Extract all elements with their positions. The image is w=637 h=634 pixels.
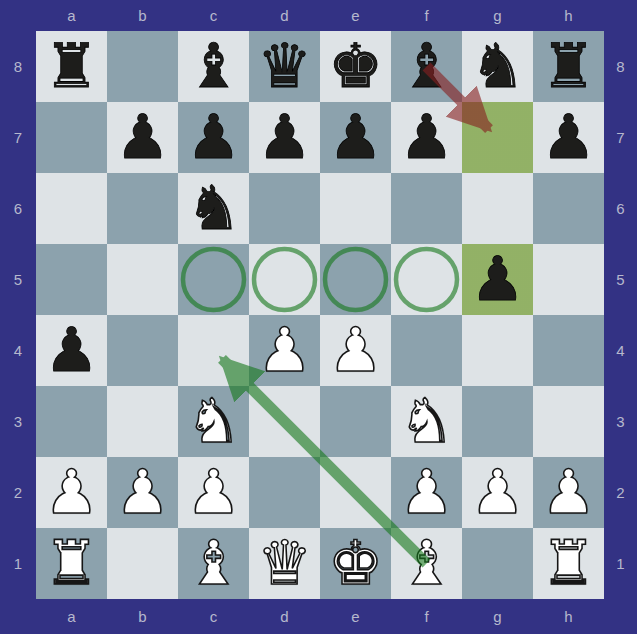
square-h7[interactable]: ♟ <box>533 102 604 173</box>
rank-label-7: 7 <box>0 102 36 173</box>
chess-board-frame: abcdefgh abcdefgh 87654321 87654321 ♜♝♛♚… <box>0 0 637 634</box>
black-queen-d8[interactable]: ♛ <box>249 30 320 101</box>
rank-label-3: 3 <box>0 386 36 457</box>
file-labels-bottom: abcdefgh <box>36 599 604 634</box>
square-f4[interactable] <box>391 315 462 386</box>
square-e7[interactable]: ♟ <box>320 102 391 173</box>
file-label-d: d <box>249 0 320 31</box>
file-label-g: g <box>462 0 533 31</box>
square-b4[interactable] <box>107 315 178 386</box>
square-g1[interactable] <box>462 528 533 599</box>
black-pawn-g5[interactable]: ♟ <box>462 243 533 314</box>
rank-label-6: 6 <box>604 173 637 244</box>
file-label-e: e <box>320 0 391 31</box>
square-d3[interactable] <box>249 386 320 457</box>
rank-label-2: 2 <box>0 457 36 528</box>
rank-label-4: 4 <box>0 315 36 386</box>
rank-label-8: 8 <box>0 31 36 102</box>
file-label-b: b <box>107 599 178 634</box>
square-c5[interactable] <box>178 244 249 315</box>
square-g2[interactable]: ♟ <box>462 457 533 528</box>
square-h6[interactable] <box>533 173 604 244</box>
file-label-h: h <box>533 0 604 31</box>
black-bishop-c8[interactable]: ♝ <box>178 30 249 101</box>
square-d7[interactable]: ♟ <box>249 102 320 173</box>
square-h3[interactable] <box>533 386 604 457</box>
square-e5[interactable] <box>320 244 391 315</box>
black-pawn-f7[interactable]: ♟ <box>391 101 462 172</box>
white-rook-a1[interactable]: ♜ <box>36 527 107 598</box>
square-d5[interactable] <box>249 244 320 315</box>
square-e2[interactable] <box>320 457 391 528</box>
square-d8[interactable]: ♛ <box>249 31 320 102</box>
square-c2[interactable]: ♟ <box>178 457 249 528</box>
square-f1[interactable]: ♝ <box>391 528 462 599</box>
black-king-e8[interactable]: ♚ <box>320 30 391 101</box>
black-knight-g8[interactable]: ♞ <box>462 30 533 101</box>
square-a8[interactable]: ♜ <box>36 31 107 102</box>
square-a1[interactable]: ♜ <box>36 528 107 599</box>
square-a5[interactable] <box>36 244 107 315</box>
file-label-a: a <box>36 0 107 31</box>
white-king-e1[interactable]: ♚ <box>320 527 391 598</box>
black-knight-c6[interactable]: ♞ <box>178 172 249 243</box>
square-g3[interactable] <box>462 386 533 457</box>
square-h5[interactable] <box>533 244 604 315</box>
square-a4[interactable]: ♟ <box>36 315 107 386</box>
square-a2[interactable]: ♟ <box>36 457 107 528</box>
square-a3[interactable] <box>36 386 107 457</box>
rank-label-3: 3 <box>604 386 637 457</box>
square-b6[interactable] <box>107 173 178 244</box>
file-label-a: a <box>36 599 107 634</box>
square-g4[interactable] <box>462 315 533 386</box>
square-h2[interactable]: ♟ <box>533 457 604 528</box>
square-d6[interactable] <box>249 173 320 244</box>
white-rook-h1[interactable]: ♜ <box>533 527 604 598</box>
black-pawn-h7[interactable]: ♟ <box>533 101 604 172</box>
file-label-f: f <box>391 599 462 634</box>
white-pawn-d4[interactable]: ♟ <box>249 314 320 385</box>
black-rook-h8[interactable]: ♜ <box>533 30 604 101</box>
square-g5[interactable]: ♟ <box>462 244 533 315</box>
white-knight-f3[interactable]: ♞ <box>391 385 462 456</box>
file-label-d: d <box>249 599 320 634</box>
white-knight-c3[interactable]: ♞ <box>178 385 249 456</box>
square-f5[interactable] <box>391 244 462 315</box>
square-b7[interactable]: ♟ <box>107 102 178 173</box>
square-e8[interactable]: ♚ <box>320 31 391 102</box>
file-label-e: e <box>320 599 391 634</box>
rank-label-2: 2 <box>604 457 637 528</box>
white-pawn-c2[interactable]: ♟ <box>178 456 249 527</box>
file-label-c: c <box>178 599 249 634</box>
square-f8[interactable]: ♝ <box>391 31 462 102</box>
white-queen-d1[interactable]: ♛ <box>249 527 320 598</box>
black-pawn-d7[interactable]: ♟ <box>249 101 320 172</box>
square-g8[interactable]: ♞ <box>462 31 533 102</box>
black-rook-a8[interactable]: ♜ <box>36 30 107 101</box>
square-c1[interactable]: ♝ <box>178 528 249 599</box>
file-label-f: f <box>391 0 462 31</box>
square-a6[interactable] <box>36 173 107 244</box>
square-b1[interactable] <box>107 528 178 599</box>
chess-board: ♜♝♛♚♝♞♜♟♟♟♟♟♟♞♟♟♟♟♞♞♟♟♟♟♟♟♜♝♛♚♝♜ <box>36 31 604 599</box>
square-h8[interactable]: ♜ <box>533 31 604 102</box>
white-pawn-f2[interactable]: ♟ <box>391 456 462 527</box>
square-e4[interactable]: ♟ <box>320 315 391 386</box>
square-b3[interactable] <box>107 386 178 457</box>
square-f6[interactable] <box>391 173 462 244</box>
black-pawn-e7[interactable]: ♟ <box>320 101 391 172</box>
white-pawn-h2[interactable]: ♟ <box>533 456 604 527</box>
square-f3[interactable]: ♞ <box>391 386 462 457</box>
square-e6[interactable] <box>320 173 391 244</box>
file-label-b: b <box>107 0 178 31</box>
white-pawn-a2[interactable]: ♟ <box>36 456 107 527</box>
square-f2[interactable]: ♟ <box>391 457 462 528</box>
square-e1[interactable]: ♚ <box>320 528 391 599</box>
file-label-c: c <box>178 0 249 31</box>
white-pawn-e4[interactable]: ♟ <box>320 314 391 385</box>
square-b8[interactable] <box>107 31 178 102</box>
rank-labels-left: 87654321 <box>0 31 36 599</box>
rank-label-1: 1 <box>604 528 637 599</box>
rank-label-4: 4 <box>604 315 637 386</box>
file-labels-top: abcdefgh <box>36 0 604 31</box>
white-pawn-g2[interactable]: ♟ <box>462 456 533 527</box>
square-g7[interactable] <box>462 102 533 173</box>
file-label-h: h <box>533 599 604 634</box>
rank-label-1: 1 <box>0 528 36 599</box>
square-d2[interactable] <box>249 457 320 528</box>
square-d4[interactable]: ♟ <box>249 315 320 386</box>
square-c3[interactable]: ♞ <box>178 386 249 457</box>
white-pawn-b2[interactable]: ♟ <box>107 456 178 527</box>
rank-labels-right: 87654321 <box>604 31 637 599</box>
rank-label-7: 7 <box>604 102 637 173</box>
white-bishop-c1[interactable]: ♝ <box>178 527 249 598</box>
rank-label-5: 5 <box>604 244 637 315</box>
square-e3[interactable] <box>320 386 391 457</box>
square-c8[interactable]: ♝ <box>178 31 249 102</box>
black-pawn-a4[interactable]: ♟ <box>36 314 107 385</box>
file-label-g: g <box>462 599 533 634</box>
rank-label-6: 6 <box>0 173 36 244</box>
rank-label-8: 8 <box>604 31 637 102</box>
square-b5[interactable] <box>107 244 178 315</box>
black-pawn-c7[interactable]: ♟ <box>178 101 249 172</box>
square-f7[interactable]: ♟ <box>391 102 462 173</box>
square-a7[interactable] <box>36 102 107 173</box>
square-d1[interactable]: ♛ <box>249 528 320 599</box>
square-c4[interactable] <box>178 315 249 386</box>
rank-label-5: 5 <box>0 244 36 315</box>
square-g6[interactable] <box>462 173 533 244</box>
square-h4[interactable] <box>533 315 604 386</box>
square-b2[interactable]: ♟ <box>107 457 178 528</box>
black-pawn-b7[interactable]: ♟ <box>107 101 178 172</box>
white-bishop-f1[interactable]: ♝ <box>391 527 462 598</box>
square-h1[interactable]: ♜ <box>533 528 604 599</box>
square-c7[interactable]: ♟ <box>178 102 249 173</box>
black-bishop-f8[interactable]: ♝ <box>391 30 462 101</box>
square-c6[interactable]: ♞ <box>178 173 249 244</box>
